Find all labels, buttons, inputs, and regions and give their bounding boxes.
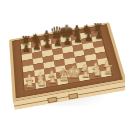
square-d1 [56,77,68,85]
square-b3 [33,68,44,76]
board-grid: ♜♞♝♛♚♝♞♜♟♟♟♟♟♟♟♟♟♟♟♟♟♟♟♟♜♞♝♛♚♝♞♜ [19,29,112,91]
square-e3 [65,63,77,71]
square-b1 [34,80,46,88]
square-e1 [67,75,79,83]
square-f1 [77,73,89,81]
hinge-icon [67,92,77,99]
product-photo-scene: ♜♞♝♛♚♝♞♜♟♟♟♟♟♟♟♟♟♟♟♟♟♟♟♟♜♞♝♛♚♝♞♜ [0,0,125,125]
square-c1 [45,78,57,86]
square-d3 [54,64,66,72]
square-h1 [99,69,111,77]
hinge-icon [47,96,57,103]
square-a1 [24,82,35,90]
chess-board: ♜♞♝♛♚♝♞♜♟♟♟♟♟♟♟♟♟♟♟♟♟♟♟♟♜♞♝♛♚♝♞♜ [9,22,125,101]
square-f3 [75,61,87,69]
board-perspective-wrapper: ♜♞♝♛♚♝♞♜♟♟♟♟♟♟♟♟♟♟♟♟♟♟♟♟♜♞♝♛♚♝♞♜ [1,0,125,121]
